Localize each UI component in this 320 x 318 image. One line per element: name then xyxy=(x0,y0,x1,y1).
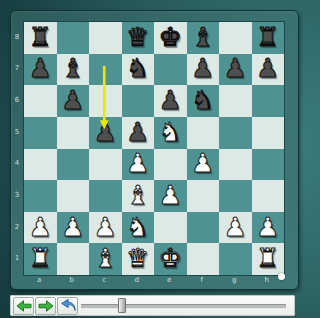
black-pawn[interactable]: ♟ xyxy=(94,117,117,147)
black-king[interactable]: ♚ xyxy=(159,22,182,52)
file-labels: abcdefgh xyxy=(23,275,283,287)
side-to-move-indicator xyxy=(278,273,285,280)
square-e1[interactable]: ♚ xyxy=(154,243,187,275)
file-label-c: c xyxy=(94,276,114,284)
white-pawn[interactable]: ♟ xyxy=(191,148,214,178)
file-label-d: d xyxy=(127,276,147,284)
square-g5[interactable] xyxy=(219,117,252,149)
black-bishop[interactable]: ♝ xyxy=(191,22,214,52)
square-f6[interactable]: ♞ xyxy=(187,85,220,117)
square-f4[interactable]: ♟ xyxy=(187,149,220,181)
square-d8[interactable]: ♛ xyxy=(122,22,155,54)
black-pawn[interactable]: ♟ xyxy=(191,53,214,83)
square-a5[interactable] xyxy=(24,117,57,149)
square-c1[interactable]: ♝ xyxy=(89,243,122,275)
square-d2[interactable]: ♞ xyxy=(122,212,155,244)
rank-label-5: 5 xyxy=(11,128,23,136)
square-g3[interactable] xyxy=(219,180,252,212)
square-e6[interactable]: ♟ xyxy=(154,85,187,117)
square-f1[interactable] xyxy=(187,243,220,275)
square-a3[interactable] xyxy=(24,180,57,212)
square-h3[interactable] xyxy=(252,180,285,212)
white-pawn[interactable]: ♟ xyxy=(159,180,182,210)
black-pawn[interactable]: ♟ xyxy=(126,117,149,147)
white-pawn[interactable]: ♟ xyxy=(94,212,117,242)
square-f7[interactable]: ♟ xyxy=(187,54,220,86)
square-b2[interactable]: ♟ xyxy=(57,212,90,244)
white-king[interactable]: ♚ xyxy=(159,243,182,273)
square-f3[interactable] xyxy=(187,180,220,212)
rank-label-1: 1 xyxy=(11,254,23,262)
black-pawn[interactable]: ♟ xyxy=(224,53,247,83)
green-left-arrow-icon xyxy=(16,300,32,312)
white-bishop[interactable]: ♝ xyxy=(126,180,149,210)
square-g6[interactable] xyxy=(219,85,252,117)
square-c2[interactable]: ♟ xyxy=(89,212,122,244)
black-pawn[interactable]: ♟ xyxy=(29,53,52,83)
square-h8[interactable]: ♜ xyxy=(252,22,285,54)
chess-board-panel: 87654321 ♜♛♚♝♜♟♝♞♟♟♟♟♟♞♟♟♞♟♟♝♟♟♟♟♞♟♟♜♝♛♚… xyxy=(10,10,299,290)
square-a1[interactable]: ♜ xyxy=(24,243,57,275)
square-h4[interactable] xyxy=(252,149,285,181)
chess-board[interactable]: ♜♛♚♝♜♟♝♞♟♟♟♟♟♞♟♟♞♟♟♝♟♟♟♟♞♟♟♜♝♛♚♜ xyxy=(23,21,285,276)
white-knight[interactable]: ♞ xyxy=(159,117,182,147)
slider-track[interactable] xyxy=(81,304,286,309)
white-bishop[interactable]: ♝ xyxy=(94,243,117,273)
square-a7[interactable]: ♟ xyxy=(24,54,57,86)
white-pawn[interactable]: ♟ xyxy=(61,212,84,242)
square-d3[interactable]: ♝ xyxy=(122,180,155,212)
black-pawn[interactable]: ♟ xyxy=(256,53,279,83)
square-d1[interactable]: ♛ xyxy=(122,243,155,275)
square-h7[interactable]: ♟ xyxy=(252,54,285,86)
game-progress-slider[interactable] xyxy=(81,296,286,315)
square-f5[interactable] xyxy=(187,117,220,149)
square-a6[interactable] xyxy=(24,85,57,117)
file-label-a: a xyxy=(29,276,49,284)
rank-label-2: 2 xyxy=(11,223,23,231)
white-rook[interactable]: ♜ xyxy=(29,243,52,273)
square-g2[interactable]: ♟ xyxy=(219,212,252,244)
square-b8[interactable] xyxy=(57,22,90,54)
square-e5[interactable]: ♞ xyxy=(154,117,187,149)
square-c8[interactable] xyxy=(89,22,122,54)
rank-labels: 87654321 xyxy=(11,21,23,274)
white-rook[interactable]: ♜ xyxy=(256,243,279,273)
square-a2[interactable]: ♟ xyxy=(24,212,57,244)
square-g1[interactable] xyxy=(219,243,252,275)
white-pawn[interactable]: ♟ xyxy=(224,212,247,242)
square-a8[interactable]: ♜ xyxy=(24,22,57,54)
square-g8[interactable] xyxy=(219,22,252,54)
square-c4[interactable] xyxy=(89,149,122,181)
rank-label-3: 3 xyxy=(11,191,23,199)
black-queen[interactable]: ♛ xyxy=(126,22,149,52)
file-label-e: e xyxy=(159,276,179,284)
square-e7[interactable] xyxy=(154,54,187,86)
black-knight[interactable]: ♞ xyxy=(126,53,149,83)
square-c5[interactable]: ♟ xyxy=(89,117,122,149)
square-d4[interactable]: ♟ xyxy=(122,149,155,181)
square-h1[interactable]: ♜ xyxy=(252,243,285,275)
slider-handle[interactable] xyxy=(118,298,126,313)
file-label-b: b xyxy=(62,276,82,284)
square-b6[interactable]: ♟ xyxy=(57,85,90,117)
black-bishop[interactable]: ♝ xyxy=(61,53,84,83)
square-e3[interactable]: ♟ xyxy=(154,180,187,212)
square-b5[interactable] xyxy=(57,117,90,149)
square-h6[interactable] xyxy=(252,85,285,117)
square-e2[interactable] xyxy=(154,212,187,244)
square-d5[interactable]: ♟ xyxy=(122,117,155,149)
square-g4[interactable] xyxy=(219,149,252,181)
black-knight[interactable]: ♞ xyxy=(191,85,214,115)
undo-button[interactable] xyxy=(57,297,78,315)
white-pawn[interactable]: ♟ xyxy=(126,148,149,178)
white-pawn[interactable]: ♟ xyxy=(256,212,279,242)
file-label-g: g xyxy=(224,276,244,284)
rank-label-8: 8 xyxy=(11,33,23,41)
square-e8[interactable]: ♚ xyxy=(154,22,187,54)
navigation-toolbar xyxy=(10,295,295,316)
square-e4[interactable] xyxy=(154,149,187,181)
square-h2[interactable]: ♟ xyxy=(252,212,285,244)
green-right-arrow-icon xyxy=(38,300,54,312)
blue-curved-arrow-icon xyxy=(60,299,76,312)
square-h5[interactable] xyxy=(252,117,285,149)
square-c6[interactable] xyxy=(89,85,122,117)
black-rook[interactable]: ♜ xyxy=(256,22,279,52)
black-pawn[interactable]: ♟ xyxy=(61,85,84,115)
square-a4[interactable] xyxy=(24,149,57,181)
square-c7[interactable] xyxy=(89,54,122,86)
rank-label-4: 4 xyxy=(11,159,23,167)
square-b7[interactable]: ♝ xyxy=(57,54,90,86)
forward-button[interactable] xyxy=(35,297,56,315)
white-pawn[interactable]: ♟ xyxy=(29,212,52,242)
square-b1[interactable] xyxy=(57,243,90,275)
square-f2[interactable] xyxy=(187,212,220,244)
rank-label-7: 7 xyxy=(11,64,23,72)
black-rook[interactable]: ♜ xyxy=(29,22,52,52)
square-g7[interactable]: ♟ xyxy=(219,54,252,86)
square-c3[interactable] xyxy=(89,180,122,212)
back-button[interactable] xyxy=(13,297,34,315)
white-queen[interactable]: ♛ xyxy=(126,243,149,273)
square-b4[interactable] xyxy=(57,149,90,181)
square-d6[interactable] xyxy=(122,85,155,117)
black-pawn[interactable]: ♟ xyxy=(159,85,182,115)
square-b3[interactable] xyxy=(57,180,90,212)
square-d7[interactable]: ♞ xyxy=(122,54,155,86)
square-f8[interactable]: ♝ xyxy=(187,22,220,54)
file-label-h: h xyxy=(257,276,277,284)
file-label-f: f xyxy=(192,276,212,284)
white-knight[interactable]: ♞ xyxy=(126,212,149,242)
rank-label-6: 6 xyxy=(11,96,23,104)
